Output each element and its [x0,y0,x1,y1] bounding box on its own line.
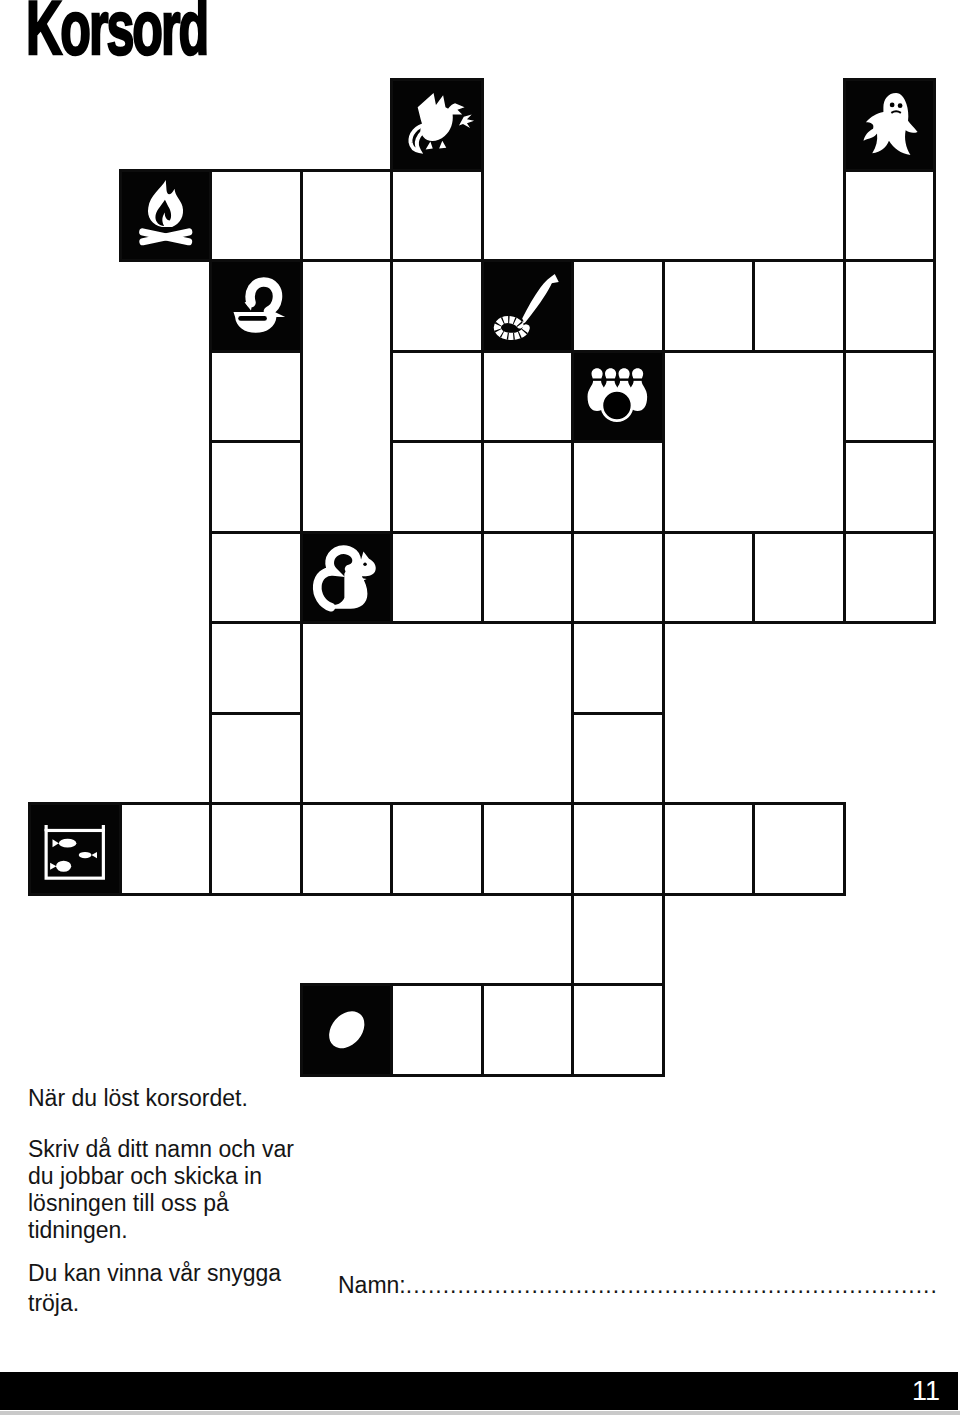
empty-cell[interactable] [752,259,846,353]
empty-cell[interactable] [843,350,937,444]
empty-cell[interactable] [390,440,484,534]
footer-bar: 11 [0,1372,958,1410]
campfire-icon [126,176,206,256]
egg-icon [307,990,387,1070]
empty-cell[interactable] [481,440,575,534]
page: Korsord När du löst korsordet. Skriv då … [0,0,960,1415]
snake-and-bowl-icon [216,266,296,346]
empty-cell[interactable] [390,983,484,1077]
empty-cell[interactable] [571,802,665,896]
name-field: Namn:...................................… [338,1272,938,1299]
empty-cell[interactable] [390,531,484,625]
empty-cell[interactable] [300,169,394,263]
empty-cell[interactable] [481,350,575,444]
empty-cell[interactable] [571,893,665,987]
empty-cell[interactable] [300,259,394,534]
clue-cell-quill-pen-and-worm [481,259,575,353]
instructions-text: Skriv då ditt namn och var du jobbar och… [28,1136,294,1244]
clue-cell-egg [300,983,394,1077]
empty-cell[interactable] [843,259,937,353]
empty-cell[interactable] [481,531,575,625]
squirrel-icon [307,538,387,618]
empty-cell[interactable] [571,440,665,534]
empty-cell[interactable] [752,531,846,625]
instructions-line: Skriv då ditt namn och var [28,1136,294,1163]
clue-cell-squirrel [300,531,394,625]
page-edge-strip [0,1411,960,1415]
empty-cell[interactable] [209,531,303,625]
bowling-icon [578,357,658,437]
empty-cell[interactable] [571,621,665,715]
empty-cell[interactable] [571,531,665,625]
empty-cell[interactable] [481,802,575,896]
empty-cell[interactable] [209,712,303,806]
clue-cell-aquarium-fish [28,802,122,896]
empty-cell[interactable] [209,350,303,444]
empty-cell[interactable] [390,802,484,896]
clue-cell-snake-and-bowl [209,259,303,353]
empty-cell[interactable] [662,259,756,353]
empty-cell[interactable] [662,531,756,625]
prize-line: Du kan vinna vår snygga [28,1258,281,1288]
empty-cell[interactable] [390,259,484,353]
empty-cell[interactable] [209,440,303,534]
empty-cell[interactable] [571,983,665,1077]
dragon-icon [397,85,477,165]
empty-cell[interactable] [390,350,484,444]
prize-text: Du kan vinna vår snygga tröja. [28,1258,281,1318]
empty-cell[interactable] [481,983,575,1077]
empty-cell[interactable] [390,169,484,263]
empty-cell[interactable] [571,259,665,353]
empty-cell[interactable] [119,802,213,896]
clue-cell-bowling [571,350,665,444]
name-dotted-line: ........................................… [406,1272,938,1298]
clue-cell-dragon [390,78,484,172]
empty-cell[interactable] [662,802,756,896]
crossword-grid [28,78,937,1077]
empty-cell[interactable] [752,802,846,896]
name-label: Namn: [338,1272,406,1298]
page-title: Korsord [26,0,207,71]
instructions-line: du jobbar och skicka in [28,1163,294,1190]
empty-cell[interactable] [300,802,394,896]
page-number: 11 [912,1376,958,1406]
empty-cell[interactable] [843,169,937,263]
empty-cell[interactable] [662,350,846,534]
instructions-line: tidningen. [28,1217,294,1244]
intro-text: När du löst korsordet. [28,1085,248,1112]
prize-line: tröja. [28,1288,281,1318]
ghost-icon [850,85,930,165]
empty-cell[interactable] [571,712,665,806]
empty-cell[interactable] [843,531,937,625]
clue-cell-ghost [843,78,937,172]
empty-cell[interactable] [209,169,303,263]
aquarium-fish-icon [35,809,115,889]
empty-cell[interactable] [209,802,303,896]
clue-cell-campfire [119,169,213,263]
instructions-line: lösningen till oss på [28,1190,294,1217]
empty-cell[interactable] [843,440,937,534]
empty-cell[interactable] [209,621,303,715]
quill-pen-and-worm-icon [488,266,568,346]
